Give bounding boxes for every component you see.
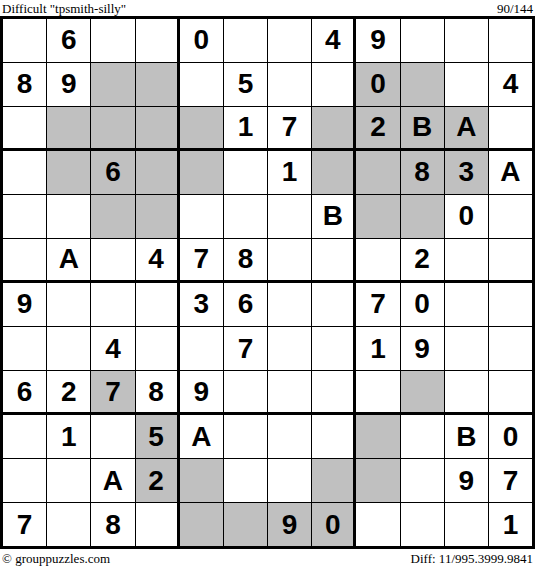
cell-r9c12[interactable] <box>489 371 532 414</box>
cell-r9c3[interactable]: 7 <box>91 371 134 414</box>
cell-r9c9[interactable] <box>356 371 399 414</box>
cell-r2c5[interactable] <box>180 63 223 106</box>
cell-r8c6[interactable]: 7 <box>224 327 267 370</box>
cell-r11c7[interactable] <box>268 459 311 502</box>
cell-r9c8[interactable] <box>312 371 355 414</box>
cell-r12c1[interactable]: 7 <box>3 503 46 546</box>
cell-r12c7[interactable]: 9 <box>268 503 311 546</box>
cell-r8c9[interactable]: 1 <box>356 327 399 370</box>
progress-counter: 90/144 <box>497 2 533 15</box>
cell-r10c9[interactable] <box>356 415 399 458</box>
cell-r7c4[interactable] <box>136 283 179 326</box>
cell-r4c12[interactable]: A <box>489 151 532 194</box>
cell-r10c8[interactable] <box>312 415 355 458</box>
cell-r2c2[interactable]: 9 <box>47 63 90 106</box>
cell-r4c11[interactable]: 3 <box>445 151 488 194</box>
cell-r5c6[interactable] <box>224 195 267 238</box>
cell-r2c6[interactable]: 5 <box>224 63 267 106</box>
cell-r10c2[interactable]: 1 <box>47 415 90 458</box>
cell-r7c6[interactable]: 6 <box>224 283 267 326</box>
cell-r3c12[interactable] <box>489 107 532 150</box>
cell-r2c7[interactable] <box>268 63 311 106</box>
cell-r9c7[interactable] <box>268 371 311 414</box>
cell-r3c6[interactable]: 1 <box>224 107 267 150</box>
cell-r2c9[interactable]: 0 <box>356 63 399 106</box>
cell-r12c8[interactable]: 0 <box>312 503 355 546</box>
cell-r5c11[interactable]: 0 <box>445 195 488 238</box>
cell-r5c5[interactable] <box>180 195 223 238</box>
cell-r3c7[interactable]: 7 <box>268 107 311 150</box>
cell-r9c4[interactable]: 8 <box>136 371 179 414</box>
cell-r9c6[interactable] <box>224 371 267 414</box>
cell-r12c3[interactable]: 8 <box>91 503 134 546</box>
cell-r1c7[interactable] <box>268 19 311 62</box>
cell-r5c10[interactable] <box>401 195 444 238</box>
cell-r6c8[interactable] <box>312 239 355 282</box>
cell-r6c4[interactable]: 4 <box>136 239 179 282</box>
cell-r4c8[interactable] <box>312 151 355 194</box>
cell-r8c2[interactable] <box>47 327 90 370</box>
copyright-text: © grouppuzzles.com <box>2 552 110 565</box>
cell-r6c9[interactable] <box>356 239 399 282</box>
cell-r1c3[interactable] <box>91 19 134 62</box>
cell-r11c6[interactable] <box>224 459 267 502</box>
cell-r4c1[interactable] <box>3 151 46 194</box>
cell-r10c7[interactable] <box>268 415 311 458</box>
cell-r7c1[interactable]: 9 <box>3 283 46 326</box>
header: Difficult "tpsmith-silly" 90/144 <box>0 0 535 16</box>
cell-r2c10[interactable] <box>401 63 444 106</box>
cell-r6c10[interactable]: 2 <box>401 239 444 282</box>
cell-r6c6[interactable]: 8 <box>224 239 267 282</box>
cell-r3c3[interactable] <box>91 107 134 150</box>
cell-r6c11[interactable] <box>445 239 488 282</box>
cell-r2c11[interactable] <box>445 63 488 106</box>
difficulty-text: Diff: 11/995.3999.9841 <box>411 552 533 565</box>
cell-r11c8[interactable] <box>312 459 355 502</box>
cell-r12c11[interactable] <box>445 503 488 546</box>
cell-r5c9[interactable] <box>356 195 399 238</box>
cell-r7c3[interactable] <box>91 283 134 326</box>
cell-r7c8[interactable] <box>312 283 355 326</box>
cell-r8c4[interactable] <box>136 327 179 370</box>
cell-r8c3[interactable]: 4 <box>91 327 134 370</box>
cell-r7c11[interactable] <box>445 283 488 326</box>
cell-r4c5[interactable] <box>180 151 223 194</box>
cell-r3c9[interactable]: 2 <box>356 107 399 150</box>
cell-r9c11[interactable] <box>445 371 488 414</box>
cell-r11c1[interactable] <box>3 459 46 502</box>
cell-r9c5[interactable]: 9 <box>180 371 223 414</box>
cell-r12c2[interactable] <box>47 503 90 546</box>
cell-r2c1[interactable]: 8 <box>3 63 46 106</box>
cell-r7c2[interactable] <box>47 283 90 326</box>
cell-r3c10[interactable]: B <box>401 107 444 150</box>
cell-r8c8[interactable] <box>312 327 355 370</box>
cell-r12c4[interactable] <box>136 503 179 546</box>
cell-r10c11[interactable]: B <box>445 415 488 458</box>
cell-r1c5[interactable]: 0 <box>180 19 223 62</box>
cell-r9c10[interactable] <box>401 371 444 414</box>
cell-r8c12[interactable] <box>489 327 532 370</box>
cell-r12c5[interactable] <box>180 503 223 546</box>
cell-r4c7[interactable]: 1 <box>268 151 311 194</box>
cell-r6c7[interactable] <box>268 239 311 282</box>
cell-r12c6[interactable] <box>224 503 267 546</box>
cell-r3c5[interactable] <box>180 107 223 150</box>
cell-r4c10[interactable]: 8 <box>401 151 444 194</box>
cell-r8c10[interactable]: 9 <box>401 327 444 370</box>
cell-r6c3[interactable] <box>91 239 134 282</box>
cell-r9c2[interactable]: 2 <box>47 371 90 414</box>
cell-r2c12[interactable]: 4 <box>489 63 532 106</box>
cell-r7c10[interactable]: 0 <box>401 283 444 326</box>
cell-r11c9[interactable] <box>356 459 399 502</box>
cell-r6c2[interactable]: A <box>47 239 90 282</box>
cell-r1c10[interactable] <box>401 19 444 62</box>
cell-r2c8[interactable] <box>312 63 355 106</box>
cell-r1c9[interactable]: 9 <box>356 19 399 62</box>
cell-r5c8[interactable]: B <box>312 195 355 238</box>
cell-r6c12[interactable] <box>489 239 532 282</box>
cell-r5c12[interactable] <box>489 195 532 238</box>
puzzle-title: Difficult "tpsmith-silly" <box>2 2 126 15</box>
cell-r10c4[interactable]: 5 <box>136 415 179 458</box>
cell-r5c3[interactable] <box>91 195 134 238</box>
cell-r3c2[interactable] <box>47 107 90 150</box>
cell-r10c3[interactable] <box>91 415 134 458</box>
cell-r11c10[interactable] <box>401 459 444 502</box>
cell-r12c10[interactable] <box>401 503 444 546</box>
cell-r10c5[interactable]: A <box>180 415 223 458</box>
puzzle-page: Difficult "tpsmith-silly" 90/144 6049895… <box>0 0 535 568</box>
cell-r4c2[interactable] <box>47 151 90 194</box>
cell-r8c7[interactable] <box>268 327 311 370</box>
cell-r6c5[interactable]: 7 <box>180 239 223 282</box>
cell-r5c4[interactable] <box>136 195 179 238</box>
cell-r8c11[interactable] <box>445 327 488 370</box>
cell-r8c1[interactable] <box>3 327 46 370</box>
cell-r4c9[interactable] <box>356 151 399 194</box>
cell-r7c7[interactable] <box>268 283 311 326</box>
cell-r1c2[interactable]: 6 <box>47 19 90 62</box>
cell-r12c12[interactable]: 1 <box>489 503 532 546</box>
cell-r11c2[interactable] <box>47 459 90 502</box>
cell-r10c12[interactable]: 0 <box>489 415 532 458</box>
cell-r1c12[interactable] <box>489 19 532 62</box>
cell-r3c4[interactable] <box>136 107 179 150</box>
cell-r11c4[interactable]: 2 <box>136 459 179 502</box>
cell-r1c1[interactable] <box>3 19 46 62</box>
cell-r3c8[interactable] <box>312 107 355 150</box>
cell-r5c7[interactable] <box>268 195 311 238</box>
cell-r11c12[interactable]: 7 <box>489 459 532 502</box>
cell-r1c11[interactable] <box>445 19 488 62</box>
cell-r1c8[interactable]: 4 <box>312 19 355 62</box>
cell-r3c11[interactable]: A <box>445 107 488 150</box>
sudoku-board: 604989504172BA6183AB0A478293670471962789… <box>0 16 535 549</box>
footer: © grouppuzzles.com Diff: 11/995.3999.984… <box>0 549 535 568</box>
cell-r10c10[interactable] <box>401 415 444 458</box>
cell-r10c1[interactable] <box>3 415 46 458</box>
cell-r8c5[interactable] <box>180 327 223 370</box>
cell-r10c6[interactable] <box>224 415 267 458</box>
cell-r9c1[interactable]: 6 <box>3 371 46 414</box>
cell-r2c4[interactable] <box>136 63 179 106</box>
cell-r7c12[interactable] <box>489 283 532 326</box>
cell-r1c4[interactable] <box>136 19 179 62</box>
cell-r4c3[interactable]: 6 <box>91 151 134 194</box>
cell-r11c11[interactable]: 9 <box>445 459 488 502</box>
cell-r4c4[interactable] <box>136 151 179 194</box>
cell-r7c5[interactable]: 3 <box>180 283 223 326</box>
cell-r5c1[interactable] <box>3 195 46 238</box>
cell-r5c2[interactable] <box>47 195 90 238</box>
cell-r7c9[interactable]: 7 <box>356 283 399 326</box>
cell-r11c3[interactable]: A <box>91 459 134 502</box>
cell-r6c1[interactable] <box>3 239 46 282</box>
cell-r4c6[interactable] <box>224 151 267 194</box>
cell-r2c3[interactable] <box>91 63 134 106</box>
cell-r12c9[interactable] <box>356 503 399 546</box>
cell-r3c1[interactable] <box>3 107 46 150</box>
cell-r11c5[interactable] <box>180 459 223 502</box>
cell-r1c6[interactable] <box>224 19 267 62</box>
